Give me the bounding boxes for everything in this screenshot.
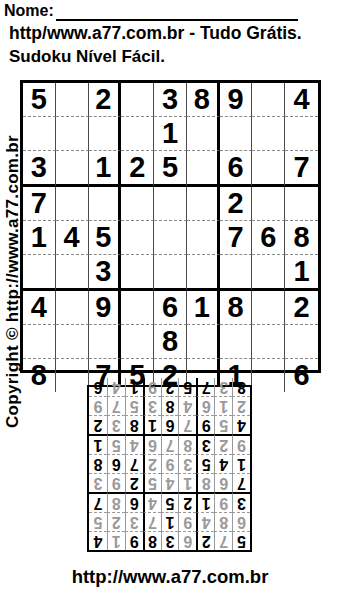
solution-cell-r5c3: 5 xyxy=(196,454,214,473)
puzzle-cell-r5c7[interactable]: 7 xyxy=(220,221,253,255)
puzzle-cell-r8c9[interactable] xyxy=(285,325,318,359)
solution-cell-r1c4: 6 xyxy=(178,531,196,550)
solution-cell-r6c4: 8 xyxy=(178,434,196,454)
solution-cell-r6c9: 1 xyxy=(89,434,107,454)
solution-cell-r1c9: 4 xyxy=(89,531,107,550)
puzzle-cell-r2c5[interactable]: 1 xyxy=(154,117,187,151)
solution-cell-r5c8: 6 xyxy=(107,454,125,473)
solution-cell-r6c8: 5 xyxy=(107,434,125,454)
puzzle-cell-r6c5[interactable] xyxy=(154,255,187,291)
solution-cell-r3c4: 2 xyxy=(178,492,196,512)
solution-cell-r6c5: 7 xyxy=(161,434,179,454)
solution-cell-r3c2: 9 xyxy=(214,492,232,512)
solution-cell-r2c6: 7 xyxy=(143,512,161,531)
solution-cell-r4c1: 7 xyxy=(232,473,250,492)
solution-cell-r3c1: 3 xyxy=(232,492,250,512)
puzzle-grid: 523894131256772145768314961828875216 xyxy=(20,80,321,373)
solution-cell-r2c8: 2 xyxy=(107,512,125,531)
solution-cell-r8c5: 8 xyxy=(161,396,179,415)
solution-cell-r8c8: 7 xyxy=(107,396,125,415)
puzzle-cell-r5c9[interactable]: 8 xyxy=(285,221,318,255)
puzzle-cell-r2c8[interactable] xyxy=(252,117,285,151)
solution-cell-r3c5: 5 xyxy=(161,492,179,512)
solution-cell-r2c9: 5 xyxy=(89,512,107,531)
puzzle-cell-r1c3[interactable]: 2 xyxy=(89,83,122,117)
solution-cell-r6c2: 2 xyxy=(214,434,232,454)
puzzle-cell-r9c1[interactable]: 8 xyxy=(23,359,56,392)
solution-cell-r5c1: 1 xyxy=(232,454,250,473)
puzzle-cell-r9c2[interactable] xyxy=(56,359,89,392)
solution-cell-r7c8: 3 xyxy=(107,415,125,434)
puzzle-cell-r7c3[interactable]: 9 xyxy=(89,291,122,325)
puzzle-cell-r7c9[interactable]: 2 xyxy=(285,291,318,325)
puzzle-cell-r8c5[interactable]: 8 xyxy=(154,325,187,359)
solution-cell-r9c1: 8 xyxy=(232,378,250,396)
puzzle-cell-r3c4[interactable]: 2 xyxy=(121,151,154,187)
solution-cell-r8c6: 3 xyxy=(143,396,161,415)
solution-cell-r8c3: 6 xyxy=(196,396,214,415)
puzzle-cell-r1c9[interactable]: 4 xyxy=(285,83,318,117)
solution-cell-r3c8: 8 xyxy=(107,492,125,512)
puzzle-cell-r6c4[interactable] xyxy=(121,255,154,291)
solution-cell-r1c1: 5 xyxy=(232,531,250,550)
puzzle-cell-r9c8[interactable] xyxy=(252,359,285,392)
name-row: Nome: xyxy=(4,1,298,21)
puzzle-cell-r5c3[interactable]: 5 xyxy=(89,221,122,255)
puzzle-cell-r4c6[interactable] xyxy=(187,187,220,221)
solution-cell-r8c4: 4 xyxy=(178,396,196,415)
solution-cell-r2c2: 8 xyxy=(214,512,232,531)
solution-cell-r1c5: 3 xyxy=(161,531,179,550)
puzzle-cell-r2c7[interactable] xyxy=(220,117,253,151)
puzzle-cell-r2c2[interactable] xyxy=(56,117,89,151)
puzzle-cell-r8c6[interactable] xyxy=(187,325,220,359)
puzzle-cell-r8c7[interactable] xyxy=(220,325,253,359)
solution-cell-r9c3: 7 xyxy=(196,378,214,396)
puzzle-cell-r6c2[interactable] xyxy=(56,255,89,291)
solution-cell-r4c2: 6 xyxy=(214,473,232,492)
puzzle-cell-r5c2[interactable]: 4 xyxy=(56,221,89,255)
puzzle-cell-r4c4[interactable] xyxy=(121,187,154,221)
solution-cell-r4c6: 5 xyxy=(143,473,161,492)
puzzle-cell-r2c1[interactable] xyxy=(23,117,56,151)
puzzle-cell-r6c8[interactable] xyxy=(252,255,285,291)
puzzle-cell-r3c7[interactable]: 6 xyxy=(220,151,253,187)
puzzle-cell-r3c5[interactable]: 5 xyxy=(154,151,187,187)
puzzle-cell-r5c6[interactable] xyxy=(187,221,220,255)
puzzle-cell-r2c6[interactable] xyxy=(187,117,220,151)
puzzle-cell-r6c1[interactable] xyxy=(23,255,56,291)
puzzle-cell-r6c3[interactable]: 3 xyxy=(89,255,122,291)
puzzle-cell-r6c9[interactable]: 1 xyxy=(285,255,318,291)
puzzle-cell-r8c3[interactable] xyxy=(89,325,122,359)
solution-cell-r8c7: 5 xyxy=(125,396,143,415)
solution-cell-r6c6: 6 xyxy=(143,434,161,454)
puzzle-cell-r7c1[interactable]: 4 xyxy=(23,291,56,325)
solution-cell-r6c1: 9 xyxy=(232,434,250,454)
puzzle-cell-r3c6[interactable] xyxy=(187,151,220,187)
puzzle-cell-r5c1[interactable]: 1 xyxy=(23,221,56,255)
puzzle-cell-r6c7[interactable] xyxy=(220,255,253,291)
puzzle-cell-r7c8[interactable] xyxy=(252,291,285,325)
solution-grid: 5726389146849173253912546877681452931453… xyxy=(87,385,252,552)
solution-cell-r1c6: 8 xyxy=(143,531,161,550)
puzzle-cell-r3c1[interactable]: 3 xyxy=(23,151,56,187)
name-underline xyxy=(56,3,298,21)
solution-cell-r3c6: 4 xyxy=(143,492,161,512)
solution-cell-r2c3: 4 xyxy=(196,512,214,531)
solution-cell-r2c1: 6 xyxy=(232,512,250,531)
puzzle-cell-r1c5[interactable]: 3 xyxy=(154,83,187,117)
puzzle-cell-r3c3[interactable]: 1 xyxy=(89,151,122,187)
solution-cell-r1c2: 7 xyxy=(214,531,232,550)
solution-cell-r7c6: 1 xyxy=(143,415,161,434)
solution-cell-r8c9: 9 xyxy=(89,396,107,415)
solution-cell-r5c5: 9 xyxy=(161,454,179,473)
puzzle-cell-r5c4[interactable] xyxy=(121,221,154,255)
solution-cell-r5c7: 7 xyxy=(125,454,143,473)
solution-cell-r4c3: 8 xyxy=(196,473,214,492)
puzzle-cell-r3c2[interactable] xyxy=(56,151,89,187)
puzzle-cell-r2c3[interactable] xyxy=(89,117,122,151)
solution-cell-r2c7: 3 xyxy=(125,512,143,531)
footer-url: http://www.a77.com.br xyxy=(0,566,340,588)
puzzle-cell-r3c9[interactable]: 7 xyxy=(285,151,318,187)
puzzle-cell-r1c7[interactable]: 9 xyxy=(220,83,253,117)
solution-cell-r9c6: 9 xyxy=(143,378,161,396)
puzzle-cell-r4c7[interactable]: 2 xyxy=(220,187,253,221)
solution-cell-r6c3: 3 xyxy=(196,434,214,454)
solution-cell-r7c7: 8 xyxy=(125,415,143,434)
solution-cell-r9c2: 3 xyxy=(214,378,232,396)
solution-cell-r7c4: 7 xyxy=(178,415,196,434)
puzzle-cell-r1c8[interactable] xyxy=(252,83,285,117)
puzzle-cell-r2c4[interactable] xyxy=(121,117,154,151)
solution-cell-r9c5: 2 xyxy=(161,378,179,396)
solution-cell-r4c9: 3 xyxy=(89,473,107,492)
puzzle-cell-r8c1[interactable] xyxy=(23,325,56,359)
puzzle-cell-r4c2[interactable] xyxy=(56,187,89,221)
solution-cell-r3c9: 7 xyxy=(89,492,107,512)
puzzle-cell-r7c2[interactable] xyxy=(56,291,89,325)
solution-cell-r4c8: 9 xyxy=(107,473,125,492)
puzzle-cell-r4c9[interactable] xyxy=(285,187,318,221)
puzzle-cell-r4c5[interactable] xyxy=(154,187,187,221)
puzzle-cell-r3c8[interactable] xyxy=(252,151,285,187)
puzzle-cell-r9c9[interactable]: 6 xyxy=(285,359,318,392)
solution-cell-r7c5: 6 xyxy=(161,415,179,434)
solution-cell-r7c3: 9 xyxy=(196,415,214,434)
solution-cell-r9c8: 4 xyxy=(107,378,125,396)
name-label: Nome: xyxy=(4,1,54,21)
sudoku-page: Nome: http/www.a77.com.br - Tudo Grátis.… xyxy=(0,0,340,596)
solution-cell-r1c3: 2 xyxy=(196,531,214,550)
site-url-heading: http/www.a77.com.br - Tudo Grátis. xyxy=(9,23,302,44)
solution-cell-r1c7: 9 xyxy=(125,531,143,550)
solution-cell-r8c2: 1 xyxy=(214,396,232,415)
solution-cell-r5c4: 3 xyxy=(178,454,196,473)
puzzle-cell-r7c6[interactable]: 1 xyxy=(187,291,220,325)
puzzle-cell-r5c8[interactable]: 6 xyxy=(252,221,285,255)
solution-cell-r3c3: 1 xyxy=(196,492,214,512)
solution-cell-r9c4: 5 xyxy=(178,378,196,396)
solution-cell-r5c2: 4 xyxy=(214,454,232,473)
solution-cell-r4c5: 4 xyxy=(161,473,179,492)
solution-cell-r3c7: 6 xyxy=(125,492,143,512)
solution-cell-r6c7: 4 xyxy=(125,434,143,454)
solution-cell-r2c4: 9 xyxy=(178,512,196,531)
solution-cell-r8c1: 2 xyxy=(232,396,250,415)
puzzle-cell-r1c2[interactable] xyxy=(56,83,89,117)
puzzle-cell-r4c8[interactable] xyxy=(252,187,285,221)
solution-cell-r1c8: 1 xyxy=(107,531,125,550)
solution-cell-r5c9: 8 xyxy=(89,454,107,473)
puzzle-cell-r1c1[interactable]: 5 xyxy=(23,83,56,117)
puzzle-cell-r5c5[interactable] xyxy=(154,221,187,255)
solution-cell-r7c9: 2 xyxy=(89,415,107,434)
puzzle-cell-r7c4[interactable] xyxy=(121,291,154,325)
solution-cell-r4c4: 1 xyxy=(178,473,196,492)
solution-cell-r7c2: 5 xyxy=(214,415,232,434)
puzzle-cell-r7c5[interactable]: 6 xyxy=(154,291,187,325)
solution-cell-r9c7: 1 xyxy=(125,378,143,396)
solution-cell-r7c1: 4 xyxy=(232,415,250,434)
difficulty-heading: Sudoku Nível Fácil. xyxy=(9,47,165,67)
puzzle-cell-r1c4[interactable] xyxy=(121,83,154,117)
solution-cell-r5c6: 2 xyxy=(143,454,161,473)
solution-cell-r9c9: 6 xyxy=(89,378,107,396)
solution-cell-r2c5: 1 xyxy=(161,512,179,531)
puzzle-cell-r8c4[interactable] xyxy=(121,325,154,359)
puzzle-cell-r8c2[interactable] xyxy=(56,325,89,359)
puzzle-cell-r4c3[interactable] xyxy=(89,187,122,221)
solution-cell-r4c7: 2 xyxy=(125,473,143,492)
puzzle-cell-r6c6[interactable] xyxy=(187,255,220,291)
puzzle-cell-r8c8[interactable] xyxy=(252,325,285,359)
puzzle-cell-r1c6[interactable]: 8 xyxy=(187,83,220,117)
puzzle-cell-r7c7[interactable]: 8 xyxy=(220,291,253,325)
puzzle-cell-r4c1[interactable]: 7 xyxy=(23,187,56,221)
puzzle-cell-r2c9[interactable] xyxy=(285,117,318,151)
